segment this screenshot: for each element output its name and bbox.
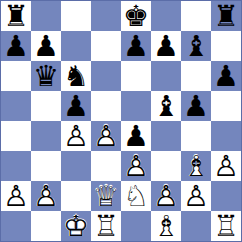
square-g1[interactable] [181,211,211,241]
white-bishop-fill: ♝ [180,150,212,182]
square-a8[interactable]: ♜ [1,1,31,31]
white-pawn-fill: ♟ [30,180,62,212]
black-rook-fill: ♜ [211,1,241,31]
white-rook-fill: ♜ [210,210,242,242]
black-queen-fill: ♛ [31,61,61,91]
black-pawn-icon[interactable]: ♟ [151,31,181,61]
white-bishop-outline: ♗ [181,151,211,181]
black-pawn-icon[interactable]: ♟ [1,31,31,61]
square-a2[interactable]: ♟♙ [1,181,31,211]
white-pawn-fill: ♟ [210,150,242,182]
square-b6[interactable]: ♛ [31,61,61,91]
white-pawn-outline: ♙ [61,121,91,151]
square-c5[interactable]: ♟ [61,91,91,121]
square-h1[interactable]: ♜♖ [211,211,241,241]
black-queen-icon[interactable]: ♛ [31,61,61,91]
square-b7[interactable]: ♟ [31,31,61,61]
square-e4[interactable]: ♟ [121,121,151,151]
black-bishop-icon[interactable]: ♝ [181,31,211,61]
square-a6[interactable] [1,61,31,91]
black-king-icon[interactable]: ♚ [121,1,151,31]
square-g2[interactable]: ♟♙ [181,181,211,211]
square-g4[interactable] [181,121,211,151]
black-pawn-fill: ♟ [31,31,61,61]
white-pawn-outline: ♙ [181,181,211,211]
square-b1[interactable] [31,211,61,241]
square-h2[interactable] [211,181,241,211]
black-king-fill: ♚ [121,1,151,31]
square-e6[interactable] [121,61,151,91]
black-bishop-icon[interactable]: ♝ [151,91,181,121]
square-c6[interactable]: ♞ [61,61,91,91]
square-a7[interactable]: ♟ [1,31,31,61]
white-bishop-outline: ♗ [151,211,181,241]
black-pawn-fill: ♟ [151,31,181,61]
black-knight-fill: ♞ [61,61,91,91]
square-d2[interactable]: ♛♕ [91,181,121,211]
square-d4[interactable]: ♟♙ [91,121,121,151]
square-h4[interactable] [211,121,241,151]
white-king-outline: ♔ [61,211,91,241]
square-d1[interactable]: ♜♖ [91,211,121,241]
square-e1[interactable] [121,211,151,241]
black-knight-icon[interactable]: ♞ [61,61,91,91]
white-knight-fill: ♞ [120,180,152,212]
white-rook-icon[interactable]: ♜♖ [91,211,121,241]
white-pawn-icon[interactable]: ♟♙ [211,151,241,181]
square-f8[interactable] [151,1,181,31]
square-h3[interactable]: ♟♙ [211,151,241,181]
white-knight-icon[interactable]: ♞♘ [121,181,151,211]
white-pawn-icon[interactable]: ♟♙ [121,151,151,181]
white-rook-outline: ♖ [91,211,121,241]
black-rook-fill: ♜ [1,1,31,31]
white-rook-fill: ♜ [90,210,122,242]
white-rook-outline: ♖ [211,211,241,241]
black-pawn-icon[interactable]: ♟ [121,31,151,61]
square-b8[interactable] [31,1,61,31]
square-a1[interactable] [1,211,31,241]
square-h8[interactable]: ♜ [211,1,241,31]
white-pawn-fill: ♟ [150,180,182,212]
square-g6[interactable] [181,61,211,91]
black-pawn-icon[interactable]: ♟ [61,91,91,121]
square-e3[interactable]: ♟♙ [121,151,151,181]
chess-board: ♜♚♜♟♟♟♟♝♛♞♟♟♝♟♟♙♟♙♟♟♙♝♗♟♙♟♙♟♙♛♕♞♘♟♙♟♙♚♔♜… [0,0,242,242]
white-pawn-fill: ♟ [90,120,122,152]
square-h7[interactable] [211,31,241,61]
square-f3[interactable] [151,151,181,181]
black-pawn-fill: ♟ [61,91,91,121]
white-pawn-icon[interactable]: ♟♙ [31,181,61,211]
black-pawn-icon[interactable]: ♟ [181,91,211,121]
square-c2[interactable] [61,181,91,211]
square-f2[interactable]: ♟♙ [151,181,181,211]
square-f6[interactable] [151,61,181,91]
black-rook-icon[interactable]: ♜ [1,1,31,31]
square-f7[interactable]: ♟ [151,31,181,61]
black-rook-icon[interactable]: ♜ [211,1,241,31]
square-c3[interactable] [61,151,91,181]
white-queen-fill: ♛ [90,180,122,212]
square-c7[interactable] [61,31,91,61]
square-d5[interactable] [91,91,121,121]
square-a3[interactable] [1,151,31,181]
white-pawn-outline: ♙ [121,151,151,181]
white-pawn-fill: ♟ [0,180,32,212]
square-h5[interactable] [211,91,241,121]
square-b5[interactable] [31,91,61,121]
square-e8[interactable]: ♚ [121,1,151,31]
white-king-icon[interactable]: ♚♔ [61,211,91,241]
square-b4[interactable] [31,121,61,151]
white-pawn-outline: ♙ [151,181,181,211]
white-pawn-icon[interactable]: ♟♙ [91,121,121,151]
black-bishop-fill: ♝ [151,91,181,121]
square-a5[interactable] [1,91,31,121]
black-pawn-fill: ♟ [121,121,151,151]
white-pawn-outline: ♙ [31,181,61,211]
black-pawn-fill: ♟ [181,91,211,121]
white-rook-icon[interactable]: ♜♖ [211,211,241,241]
white-bishop-icon[interactable]: ♝♗ [181,151,211,181]
white-bishop-icon[interactable]: ♝♗ [151,211,181,241]
black-pawn-icon[interactable]: ♟ [121,121,151,151]
black-bishop-fill: ♝ [181,31,211,61]
square-b2[interactable]: ♟♙ [31,181,61,211]
square-d6[interactable] [91,61,121,91]
square-c1[interactable]: ♚♔ [61,211,91,241]
square-e5[interactable] [121,91,151,121]
white-pawn-fill: ♟ [60,120,92,152]
square-h6[interactable]: ♟ [211,61,241,91]
square-d7[interactable] [91,31,121,61]
white-queen-outline: ♕ [91,181,121,211]
square-g3[interactable]: ♝♗ [181,151,211,181]
white-bishop-fill: ♝ [150,210,182,242]
square-e7[interactable]: ♟ [121,31,151,61]
white-pawn-outline: ♙ [211,151,241,181]
square-g8[interactable] [181,1,211,31]
white-pawn-fill: ♟ [120,150,152,182]
square-c8[interactable] [61,1,91,31]
white-pawn-icon[interactable]: ♟♙ [61,121,91,151]
white-pawn-fill: ♟ [180,180,212,212]
white-knight-outline: ♘ [121,181,151,211]
square-g7[interactable]: ♝ [181,31,211,61]
white-pawn-outline: ♙ [1,181,31,211]
black-pawn-fill: ♟ [211,61,241,91]
white-pawn-outline: ♙ [91,121,121,151]
square-f5[interactable]: ♝ [151,91,181,121]
square-c4[interactable]: ♟♙ [61,121,91,151]
square-f4[interactable] [151,121,181,151]
square-d8[interactable] [91,1,121,31]
square-b3[interactable] [31,151,61,181]
square-e2[interactable]: ♞♘ [121,181,151,211]
square-d3[interactable] [91,151,121,181]
white-king-fill: ♚ [60,210,92,242]
square-a4[interactable] [1,121,31,151]
white-pawn-icon[interactable]: ♟♙ [181,181,211,211]
square-g5[interactable]: ♟ [181,91,211,121]
white-pawn-icon[interactable]: ♟♙ [1,181,31,211]
black-pawn-icon[interactable]: ♟ [31,31,61,61]
black-pawn-fill: ♟ [121,31,151,61]
square-f1[interactable]: ♝♗ [151,211,181,241]
black-pawn-fill: ♟ [1,31,31,61]
white-queen-icon[interactable]: ♛♕ [91,181,121,211]
white-pawn-icon[interactable]: ♟♙ [151,181,181,211]
black-pawn-icon[interactable]: ♟ [211,61,241,91]
